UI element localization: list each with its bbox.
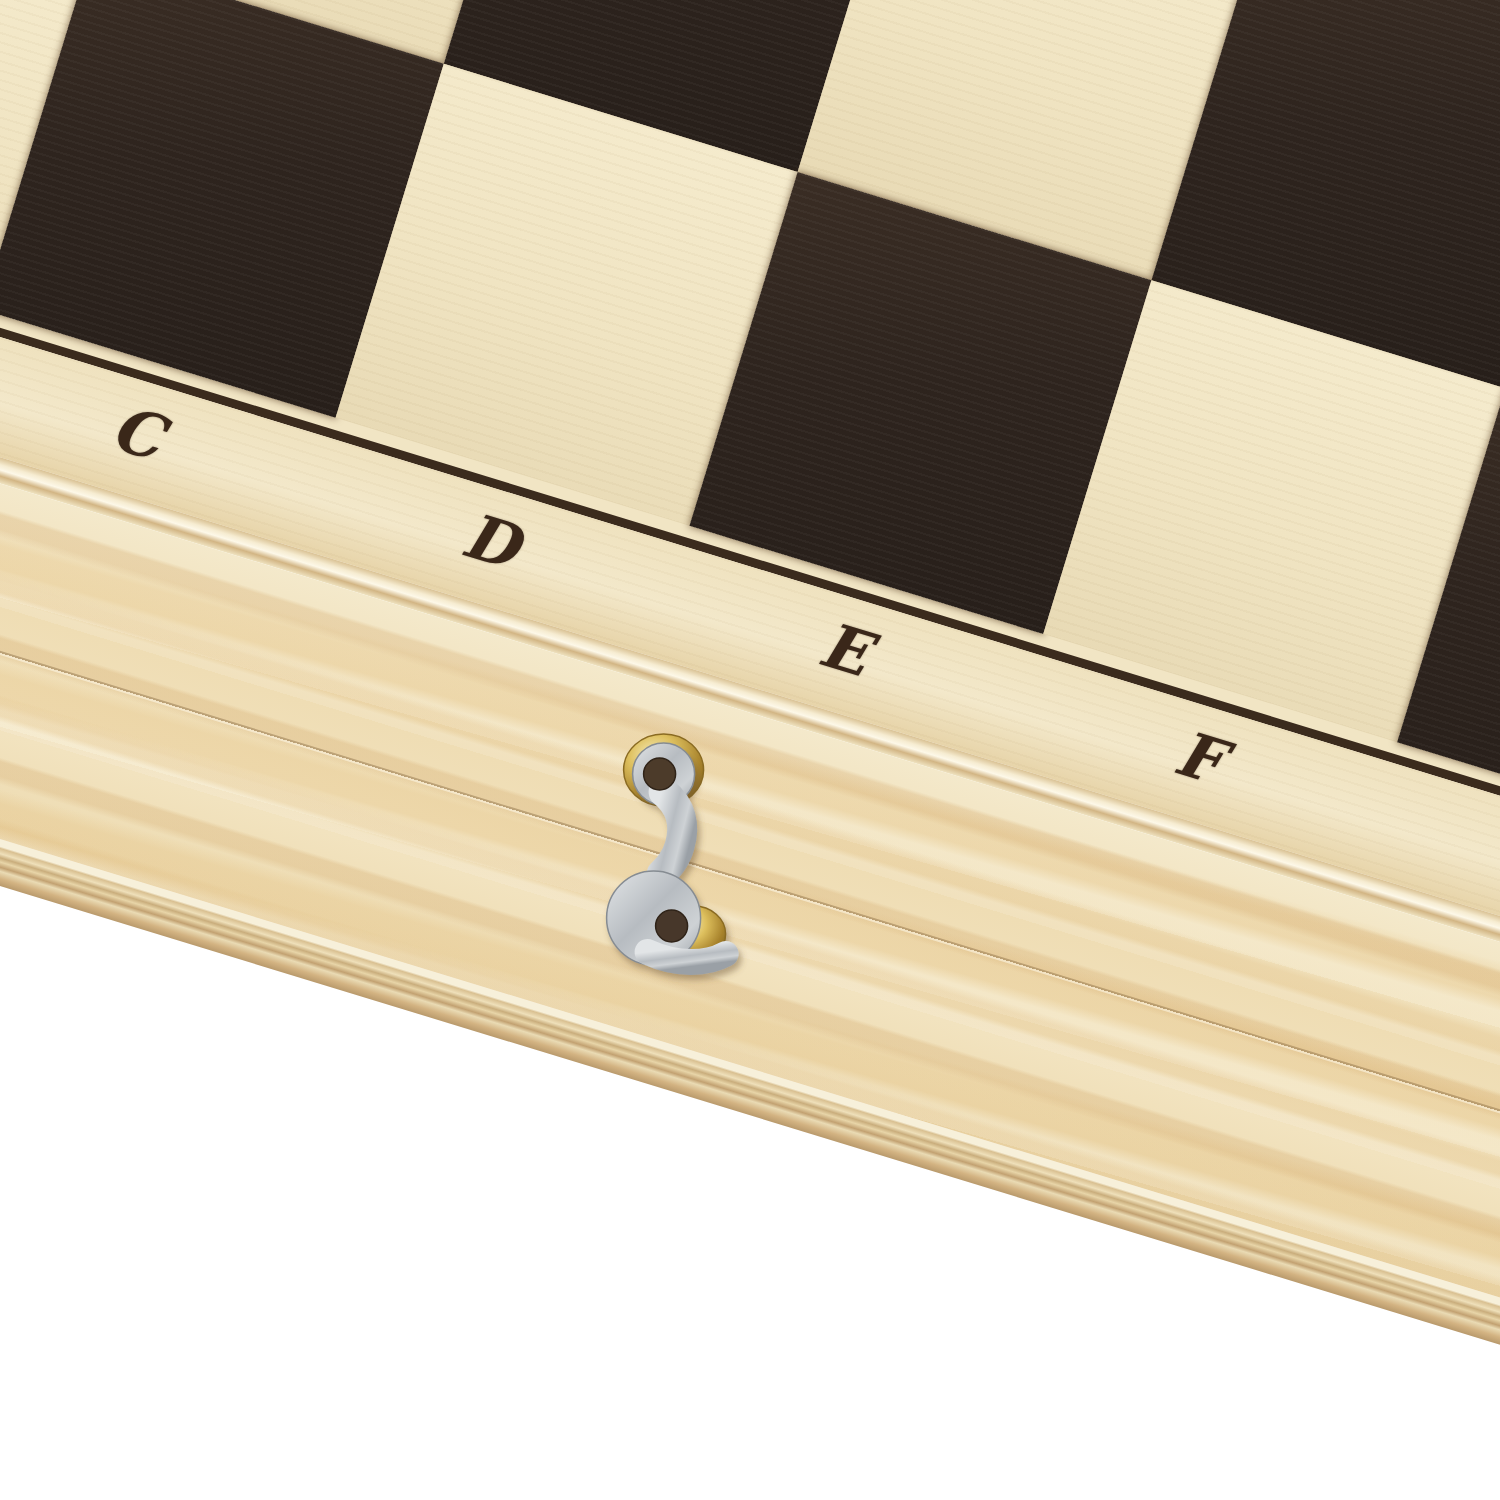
latch-clasp bbox=[590, 718, 750, 998]
latch-clasp-graphic bbox=[590, 718, 750, 998]
chess-board-box: ABCDEFGH bbox=[0, 0, 1500, 1481]
product-photo-scene: ABCDEFGH bbox=[0, 0, 1500, 1500]
latch-bottom-pin bbox=[656, 910, 688, 942]
latch-top-pin bbox=[644, 758, 676, 790]
